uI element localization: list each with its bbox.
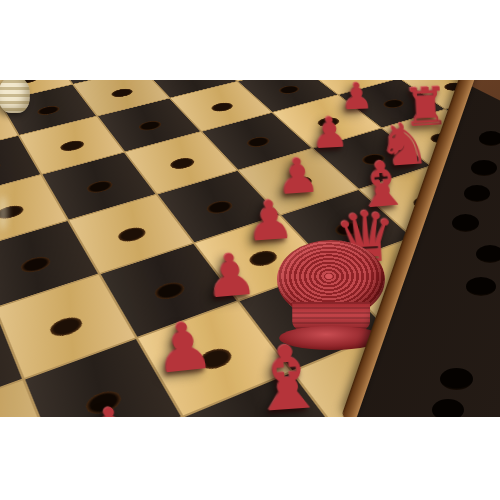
red-bishop-2: ♝ (245, 336, 329, 417)
peg-hole (440, 368, 473, 390)
peg-hole (476, 245, 500, 263)
peg-hole (471, 160, 497, 176)
peg-hole (479, 131, 500, 146)
red-pawn-6: ♟ (151, 315, 216, 382)
red-pawn-5: ♟ (203, 247, 259, 305)
peg-hole (464, 185, 490, 202)
peg-hole (452, 214, 479, 232)
screenshot-root: { "meta": { "description": "Overhead pho… (0, 0, 500, 500)
peg-hole (432, 399, 464, 417)
red-pawn-7: ♟ (80, 402, 140, 417)
white-turned-piece (0, 80, 29, 113)
chessboard-photo: ♟♜♟♞♟♝♟♛♟♟♝♟ (0, 80, 500, 417)
peg-hole (466, 277, 496, 296)
